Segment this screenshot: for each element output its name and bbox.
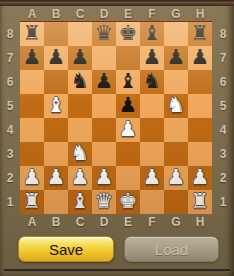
square-h8[interactable]: ♜ <box>188 22 212 46</box>
file-label-g: G <box>164 214 188 230</box>
square-f7[interactable]: ♟ <box>140 46 164 70</box>
square-d8[interactable]: ♛ <box>92 22 116 46</box>
rank-label-8: 8 <box>0 22 20 46</box>
rank-label-1: 1 <box>212 190 234 214</box>
square-h7[interactable]: ♟ <box>188 46 212 70</box>
file-label-e: E <box>116 214 140 230</box>
piece-white-pawn[interactable]: ♟ <box>143 167 162 188</box>
rank-label-6: 6 <box>0 70 20 94</box>
square-b6[interactable] <box>44 70 68 94</box>
square-d2[interactable]: ♟ <box>92 166 116 190</box>
square-d4[interactable] <box>92 118 116 142</box>
square-a8[interactable]: ♜ <box>20 22 44 46</box>
file-label-b: B <box>44 214 68 230</box>
square-a3[interactable] <box>20 142 44 166</box>
square-a5[interactable] <box>20 94 44 118</box>
square-f2[interactable]: ♟ <box>140 166 164 190</box>
rank-label-2: 2 <box>212 166 234 190</box>
square-d1[interactable]: ♛ <box>92 190 116 214</box>
square-b2[interactable]: ♟ <box>44 166 68 190</box>
square-a7[interactable]: ♟ <box>20 46 44 70</box>
piece-black-rook[interactable]: ♜ <box>191 23 210 44</box>
piece-white-knight[interactable]: ♞ <box>71 143 90 164</box>
square-h4[interactable] <box>188 118 212 142</box>
square-e2[interactable] <box>116 166 140 190</box>
rank-label-7: 7 <box>212 46 234 70</box>
piece-black-pawn[interactable]: ♟ <box>143 47 162 68</box>
rank-labels-left: 87654321 <box>0 22 20 214</box>
file-label-a: A <box>20 214 44 230</box>
square-c7[interactable]: ♟ <box>68 46 92 70</box>
square-b7[interactable]: ♟ <box>44 46 68 70</box>
piece-black-knight[interactable]: ♞ <box>71 71 90 92</box>
square-c8[interactable] <box>68 22 92 46</box>
square-f5[interactable] <box>140 94 164 118</box>
square-g8[interactable] <box>164 22 188 46</box>
file-label-g: G <box>164 6 188 22</box>
square-f6[interactable]: ♞ <box>140 70 164 94</box>
rank-label-1: 1 <box>0 190 20 214</box>
piece-black-pawn[interactable]: ♟ <box>23 47 42 68</box>
rank-label-6: 6 <box>212 70 234 94</box>
square-d3[interactable] <box>92 142 116 166</box>
square-e4[interactable]: ♟ <box>116 118 140 142</box>
square-f1[interactable] <box>140 190 164 214</box>
file-label-b: B <box>44 6 68 22</box>
square-c2[interactable]: ♟ <box>68 166 92 190</box>
square-f4[interactable] <box>140 118 164 142</box>
square-e6[interactable]: ♝ <box>116 70 140 94</box>
square-h3[interactable] <box>188 142 212 166</box>
square-a1[interactable]: ♜ <box>20 190 44 214</box>
save-button[interactable]: Save <box>18 236 114 262</box>
square-d5[interactable] <box>92 94 116 118</box>
square-h5[interactable] <box>188 94 212 118</box>
piece-black-pawn[interactable]: ♟ <box>71 47 90 68</box>
square-e3[interactable] <box>116 142 140 166</box>
file-label-f: F <box>140 214 164 230</box>
square-e1[interactable]: ♚ <box>116 190 140 214</box>
rank-label-5: 5 <box>0 94 20 118</box>
file-labels-bottom: ABCDEFGH <box>20 214 212 230</box>
piece-white-bishop[interactable]: ♝ <box>71 191 90 212</box>
square-c5[interactable] <box>68 94 92 118</box>
rank-labels-right: 87654321 <box>212 22 234 214</box>
piece-black-bishop[interactable]: ♝ <box>143 23 162 44</box>
file-labels-top: ABCDEFGH <box>20 6 212 22</box>
square-d7[interactable] <box>92 46 116 70</box>
square-e5[interactable]: ♟ <box>116 94 140 118</box>
square-h6[interactable] <box>188 70 212 94</box>
square-a2[interactable]: ♟ <box>20 166 44 190</box>
piece-white-pawn[interactable]: ♟ <box>95 167 114 188</box>
bottom-divider <box>4 268 230 272</box>
piece-black-king[interactable]: ♚ <box>119 23 138 44</box>
square-a4[interactable] <box>20 118 44 142</box>
piece-white-pawn[interactable]: ♟ <box>47 167 66 188</box>
square-g4[interactable] <box>164 118 188 142</box>
square-b5[interactable]: ♝ <box>44 94 68 118</box>
piece-white-pawn[interactable]: ♟ <box>191 167 210 188</box>
square-h1[interactable]: ♜ <box>188 190 212 214</box>
rank-label-3: 3 <box>212 142 234 166</box>
square-c3[interactable]: ♞ <box>68 142 92 166</box>
piece-white-bishop[interactable]: ♝ <box>47 95 66 116</box>
square-h2[interactable]: ♟ <box>188 166 212 190</box>
piece-black-pawn[interactable]: ♟ <box>119 95 138 116</box>
square-g3[interactable] <box>164 142 188 166</box>
piece-white-pawn[interactable]: ♟ <box>167 167 186 188</box>
square-e7[interactable] <box>116 46 140 70</box>
piece-white-queen[interactable]: ♛ <box>95 191 114 212</box>
piece-white-pawn[interactable]: ♟ <box>119 119 138 140</box>
chess-board[interactable]: ♜♛♚♝♜♟♟♟♟♟♟♞♟♝♞♝♟♞♟♞♟♟♟♟♟♟♟♜♝♛♚♜ <box>20 21 212 214</box>
rank-label-4: 4 <box>0 118 20 142</box>
rank-label-4: 4 <box>212 118 234 142</box>
square-g2[interactable]: ♟ <box>164 166 188 190</box>
square-c1[interactable]: ♝ <box>68 190 92 214</box>
chess-widget: ABCDEFGH 87654321 ♜♛♚♝♜♟♟♟♟♟♟♞♟♝♞♝♟♞♟♞♟♟… <box>0 0 234 276</box>
square-d6[interactable]: ♟ <box>92 70 116 94</box>
rank-label-7: 7 <box>0 46 20 70</box>
file-label-c: C <box>68 214 92 230</box>
piece-black-queen[interactable]: ♛ <box>95 23 114 44</box>
piece-white-rook[interactable]: ♜ <box>23 191 42 212</box>
square-g6[interactable] <box>164 70 188 94</box>
piece-white-king[interactable]: ♚ <box>119 191 138 212</box>
square-g1[interactable] <box>164 190 188 214</box>
load-button[interactable]: Load <box>124 236 219 262</box>
piece-white-knight[interactable]: ♞ <box>167 95 186 116</box>
square-f3[interactable] <box>140 142 164 166</box>
square-c4[interactable] <box>68 118 92 142</box>
square-e8[interactable]: ♚ <box>116 22 140 46</box>
piece-white-pawn[interactable]: ♟ <box>23 167 42 188</box>
piece-white-rook[interactable]: ♜ <box>191 191 210 212</box>
file-label-h: H <box>188 214 212 230</box>
piece-black-pawn[interactable]: ♟ <box>167 47 186 68</box>
square-b8[interactable] <box>44 22 68 46</box>
rank-label-3: 3 <box>0 142 20 166</box>
square-g5[interactable]: ♞ <box>164 94 188 118</box>
square-b4[interactable] <box>44 118 68 142</box>
square-g7[interactable]: ♟ <box>164 46 188 70</box>
square-c6[interactable]: ♞ <box>68 70 92 94</box>
square-b3[interactable] <box>44 142 68 166</box>
piece-black-pawn[interactable]: ♟ <box>191 47 210 68</box>
piece-black-pawn[interactable]: ♟ <box>95 71 114 92</box>
file-label-c: C <box>68 6 92 22</box>
square-a6[interactable] <box>20 70 44 94</box>
piece-black-pawn[interactable]: ♟ <box>47 47 66 68</box>
rank-label-2: 2 <box>0 166 20 190</box>
piece-black-knight[interactable]: ♞ <box>143 71 162 92</box>
rank-label-5: 5 <box>212 94 234 118</box>
square-f8[interactable]: ♝ <box>140 22 164 46</box>
square-b1[interactable] <box>44 190 68 214</box>
piece-white-pawn[interactable]: ♟ <box>71 167 90 188</box>
rank-label-8: 8 <box>212 22 234 46</box>
piece-black-bishop[interactable]: ♝ <box>119 71 138 92</box>
piece-black-rook[interactable]: ♜ <box>23 23 42 44</box>
file-label-d: D <box>92 214 116 230</box>
